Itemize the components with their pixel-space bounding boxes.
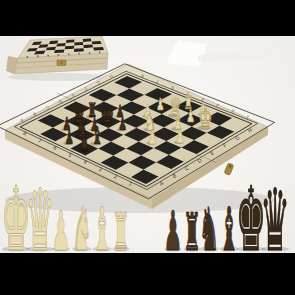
folded-board-coordinate-mark (27, 56, 28, 58)
folded-board-square (91, 38, 100, 42)
folded-board-square (75, 39, 84, 43)
folded-board-square (57, 40, 66, 44)
piece-white-pawn: ♟ (175, 126, 184, 148)
brass-clasp-detail (61, 62, 63, 64)
folded-board-square (92, 44, 102, 48)
folded-board-coordinate-mark (89, 52, 90, 54)
letterbox-bottom (0, 253, 295, 295)
folded-board-square (74, 42, 83, 46)
piece-black-rook: ♜ (79, 130, 90, 156)
folded-board-square (92, 41, 102, 45)
piece-black-pawn: ♟ (64, 127, 73, 149)
piece-white-pawn: ♟ (186, 106, 195, 126)
product-photo: AABBCCDDEEFFGGHH1122334455667788♜♟♟♛♟♟♜♟… (0, 0, 295, 295)
folded-board-square (83, 39, 92, 43)
letterbox-top (0, 0, 295, 36)
piece-black-bishop: ♝ (91, 122, 103, 150)
piece-white-pawn: ♟ (148, 126, 157, 148)
chess-set-scene: AABBCCDDEEFFGGHH1122334455667788♜♟♟♛♟♟♜♟… (0, 0, 295, 295)
piece-white-pawn: ♟ (156, 94, 164, 114)
piece-white-king: ♚ (198, 101, 212, 134)
folded-board-square (55, 46, 65, 50)
folded-board-square (65, 46, 75, 50)
folded-board-square (74, 45, 84, 49)
folded-board-square (93, 47, 104, 51)
folded-board-square (83, 45, 93, 49)
piece-black-pawn: ♟ (118, 113, 127, 134)
folded-board-square (64, 49, 74, 53)
folded-board-coordinate-mark (99, 51, 100, 53)
folded-board-coordinate-mark (78, 53, 79, 55)
folded-board-coordinate-mark (47, 55, 48, 57)
folded-board-coordinate-mark (68, 53, 69, 55)
folded-box-shadow (8, 73, 108, 81)
folded-board-square (74, 48, 84, 52)
folded-board-coordinate-mark (58, 54, 59, 56)
folded-board-square (65, 43, 74, 47)
folded-board-square (66, 40, 75, 44)
folded-board-square (83, 42, 92, 46)
folded-board-coordinate-mark (37, 55, 38, 57)
